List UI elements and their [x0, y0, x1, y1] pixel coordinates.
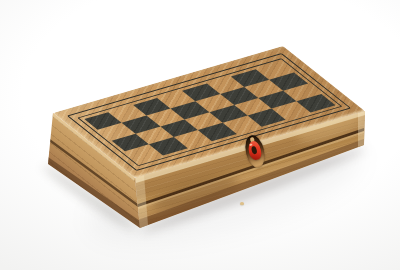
latch-ribbon-hole	[251, 145, 258, 154]
product-photo	[0, 0, 400, 270]
dust-speck	[240, 202, 244, 205]
